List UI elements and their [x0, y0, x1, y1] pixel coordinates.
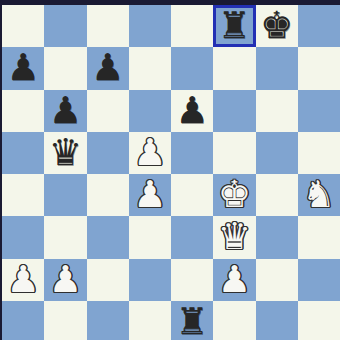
square-c5[interactable] [87, 132, 129, 174]
square-d7[interactable] [129, 47, 171, 89]
square-d2[interactable] [129, 259, 171, 301]
square-e3[interactable] [171, 216, 213, 258]
square-b5[interactable]: ♛ [44, 132, 86, 174]
square-g1[interactable] [256, 301, 298, 340]
black-pawn[interactable]: ♟ [49, 90, 82, 132]
black-pawn[interactable]: ♟ [7, 47, 40, 89]
square-h5[interactable] [298, 132, 340, 174]
square-d5[interactable]: ♟ [129, 132, 171, 174]
square-b1[interactable] [44, 301, 86, 340]
square-a8[interactable] [2, 5, 44, 47]
white-pawn[interactable]: ♟ [7, 259, 40, 301]
black-queen[interactable]: ♛ [49, 132, 82, 174]
square-f5[interactable] [213, 132, 255, 174]
square-c2[interactable] [87, 259, 129, 301]
square-a2[interactable]: ♟ [2, 259, 44, 301]
white-pawn[interactable]: ♟ [49, 259, 82, 301]
square-a1[interactable] [2, 301, 44, 340]
square-b3[interactable] [44, 216, 86, 258]
square-h1[interactable] [298, 301, 340, 340]
square-a5[interactable] [2, 132, 44, 174]
square-f1[interactable] [213, 301, 255, 340]
square-h6[interactable] [298, 90, 340, 132]
square-e7[interactable] [171, 47, 213, 89]
square-h8[interactable] [298, 5, 340, 47]
square-g3[interactable] [256, 216, 298, 258]
square-h7[interactable] [298, 47, 340, 89]
square-e2[interactable] [171, 259, 213, 301]
square-a4[interactable] [2, 174, 44, 216]
square-h4[interactable]: ♞ [298, 174, 340, 216]
square-g2[interactable] [256, 259, 298, 301]
square-d1[interactable] [129, 301, 171, 340]
square-g6[interactable] [256, 90, 298, 132]
black-rook[interactable]: ♜ [218, 5, 251, 47]
top-edge-bar [0, 0, 340, 5]
chess-board: ♜♚♟♟♟♟♛♟♟♚♞♛♟♟♟♜ [2, 5, 340, 340]
chess-app-screen: ♜♚♟♟♟♟♛♟♟♚♞♛♟♟♟♜ [0, 0, 340, 340]
square-d3[interactable] [129, 216, 171, 258]
square-c7[interactable]: ♟ [87, 47, 129, 89]
square-a3[interactable] [2, 216, 44, 258]
square-c1[interactable] [87, 301, 129, 340]
square-b4[interactable] [44, 174, 86, 216]
white-pawn[interactable]: ♟ [133, 174, 166, 216]
black-rook[interactable]: ♜ [176, 301, 209, 340]
square-d8[interactable] [129, 5, 171, 47]
square-b8[interactable] [44, 5, 86, 47]
square-d6[interactable] [129, 90, 171, 132]
square-g7[interactable] [256, 47, 298, 89]
square-e5[interactable] [171, 132, 213, 174]
square-c8[interactable] [87, 5, 129, 47]
square-g8[interactable]: ♚ [256, 5, 298, 47]
square-f6[interactable] [213, 90, 255, 132]
square-a6[interactable] [2, 90, 44, 132]
square-e8[interactable] [171, 5, 213, 47]
square-h2[interactable] [298, 259, 340, 301]
square-a7[interactable]: ♟ [2, 47, 44, 89]
white-king[interactable]: ♚ [218, 174, 251, 216]
square-g5[interactable] [256, 132, 298, 174]
square-c6[interactable] [87, 90, 129, 132]
square-f8[interactable]: ♜ [213, 5, 255, 47]
white-pawn[interactable]: ♟ [218, 259, 251, 301]
square-f7[interactable] [213, 47, 255, 89]
square-e4[interactable] [171, 174, 213, 216]
square-c3[interactable] [87, 216, 129, 258]
square-c4[interactable] [87, 174, 129, 216]
square-e1[interactable]: ♜ [171, 301, 213, 340]
square-b6[interactable]: ♟ [44, 90, 86, 132]
square-h3[interactable] [298, 216, 340, 258]
left-edge-bar [0, 0, 2, 340]
square-b7[interactable] [44, 47, 86, 89]
black-pawn[interactable]: ♟ [91, 47, 124, 89]
square-e6[interactable]: ♟ [171, 90, 213, 132]
white-pawn[interactable]: ♟ [133, 132, 166, 174]
black-king[interactable]: ♚ [260, 5, 293, 47]
square-f2[interactable]: ♟ [213, 259, 255, 301]
square-f3[interactable]: ♛ [213, 216, 255, 258]
square-g4[interactable] [256, 174, 298, 216]
white-queen[interactable]: ♛ [218, 216, 251, 258]
square-b2[interactable]: ♟ [44, 259, 86, 301]
black-pawn[interactable]: ♟ [176, 90, 209, 132]
square-d4[interactable]: ♟ [129, 174, 171, 216]
white-knight[interactable]: ♞ [302, 174, 335, 216]
square-f4[interactable]: ♚ [213, 174, 255, 216]
